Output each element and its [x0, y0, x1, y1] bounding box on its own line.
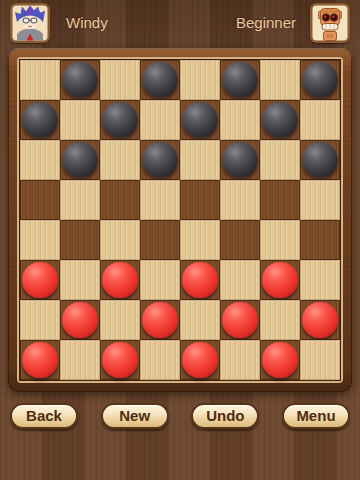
square-a6[interactable]: [20, 140, 60, 180]
square-h6[interactable]: [300, 140, 340, 180]
new-button[interactable]: New: [101, 403, 169, 429]
square-c8[interactable]: [100, 60, 140, 100]
square-g4[interactable]: [260, 220, 300, 260]
square-c5[interactable]: [100, 180, 140, 220]
square-f3[interactable]: [220, 260, 260, 300]
black-piece[interactable]: [302, 142, 338, 178]
square-d3[interactable]: [140, 260, 180, 300]
square-e4[interactable]: [180, 220, 220, 260]
square-d6[interactable]: [140, 140, 180, 180]
black-piece[interactable]: [182, 102, 218, 138]
board-grid: [19, 59, 341, 381]
robot-avatar-icon: [310, 3, 350, 43]
square-b4[interactable]: [60, 220, 100, 260]
square-b6[interactable]: [60, 140, 100, 180]
red-piece[interactable]: [262, 342, 298, 378]
square-d1[interactable]: [140, 340, 180, 380]
square-f4[interactable]: [220, 220, 260, 260]
square-d2[interactable]: [140, 300, 180, 340]
red-piece[interactable]: [262, 262, 298, 298]
square-a4[interactable]: [20, 220, 60, 260]
square-f6[interactable]: [220, 140, 260, 180]
square-g3[interactable]: [260, 260, 300, 300]
board-frame: [8, 48, 352, 392]
square-c6[interactable]: [100, 140, 140, 180]
square-b5[interactable]: [60, 180, 100, 220]
red-piece[interactable]: [102, 262, 138, 298]
square-h4[interactable]: [300, 220, 340, 260]
square-a5[interactable]: [20, 180, 60, 220]
black-piece[interactable]: [222, 142, 258, 178]
opponent-avatar: [310, 3, 350, 43]
square-f8[interactable]: [220, 60, 260, 100]
black-piece[interactable]: [142, 142, 178, 178]
square-f1[interactable]: [220, 340, 260, 380]
square-c2[interactable]: [100, 300, 140, 340]
red-piece[interactable]: [182, 262, 218, 298]
square-g2[interactable]: [260, 300, 300, 340]
menu-button[interactable]: Menu: [282, 403, 350, 429]
black-piece[interactable]: [62, 142, 98, 178]
square-a2[interactable]: [20, 300, 60, 340]
back-button[interactable]: Back: [10, 403, 78, 429]
square-b3[interactable]: [60, 260, 100, 300]
square-b8[interactable]: [60, 60, 100, 100]
red-piece[interactable]: [142, 302, 178, 338]
square-e6[interactable]: [180, 140, 220, 180]
square-d8[interactable]: [140, 60, 180, 100]
red-piece[interactable]: [102, 342, 138, 378]
square-e8[interactable]: [180, 60, 220, 100]
square-h7[interactable]: [300, 100, 340, 140]
square-a8[interactable]: [20, 60, 60, 100]
red-piece[interactable]: [302, 302, 338, 338]
square-b1[interactable]: [60, 340, 100, 380]
square-b2[interactable]: [60, 300, 100, 340]
square-f5[interactable]: [220, 180, 260, 220]
black-piece[interactable]: [302, 62, 338, 98]
black-piece[interactable]: [262, 102, 298, 138]
square-b7[interactable]: [60, 100, 100, 140]
square-h1[interactable]: [300, 340, 340, 380]
square-f7[interactable]: [220, 100, 260, 140]
square-d7[interactable]: [140, 100, 180, 140]
undo-button[interactable]: Undo: [191, 403, 259, 429]
black-piece[interactable]: [62, 62, 98, 98]
red-piece[interactable]: [62, 302, 98, 338]
black-piece[interactable]: [222, 62, 258, 98]
square-c1[interactable]: [100, 340, 140, 380]
square-c4[interactable]: [100, 220, 140, 260]
square-d5[interactable]: [140, 180, 180, 220]
toolbar: Back New Undo Menu: [0, 403, 360, 429]
square-c7[interactable]: [100, 100, 140, 140]
square-h5[interactable]: [300, 180, 340, 220]
checkers-app: Windy Beginner Back New: [0, 0, 360, 480]
square-c3[interactable]: [100, 260, 140, 300]
square-h8[interactable]: [300, 60, 340, 100]
red-piece[interactable]: [222, 302, 258, 338]
square-g5[interactable]: [260, 180, 300, 220]
square-e7[interactable]: [180, 100, 220, 140]
blue-haired-person-avatar-icon: [10, 3, 50, 43]
square-f2[interactable]: [220, 300, 260, 340]
square-d4[interactable]: [140, 220, 180, 260]
square-a1[interactable]: [20, 340, 60, 380]
square-g1[interactable]: [260, 340, 300, 380]
square-a7[interactable]: [20, 100, 60, 140]
square-e3[interactable]: [180, 260, 220, 300]
black-piece[interactable]: [102, 102, 138, 138]
red-piece[interactable]: [22, 342, 58, 378]
opponent-name: Beginner: [236, 13, 296, 33]
square-h2[interactable]: [300, 300, 340, 340]
square-e2[interactable]: [180, 300, 220, 340]
square-g6[interactable]: [260, 140, 300, 180]
board-trim: [17, 57, 343, 383]
square-h3[interactable]: [300, 260, 340, 300]
square-g7[interactable]: [260, 100, 300, 140]
player-avatar: [10, 3, 50, 43]
square-e5[interactable]: [180, 180, 220, 220]
square-e1[interactable]: [180, 340, 220, 380]
red-piece[interactable]: [182, 342, 218, 378]
square-g8[interactable]: [260, 60, 300, 100]
red-piece[interactable]: [22, 262, 58, 298]
square-a3[interactable]: [20, 260, 60, 300]
black-piece[interactable]: [142, 62, 178, 98]
black-piece[interactable]: [22, 102, 58, 138]
player-name: Windy: [66, 13, 108, 33]
